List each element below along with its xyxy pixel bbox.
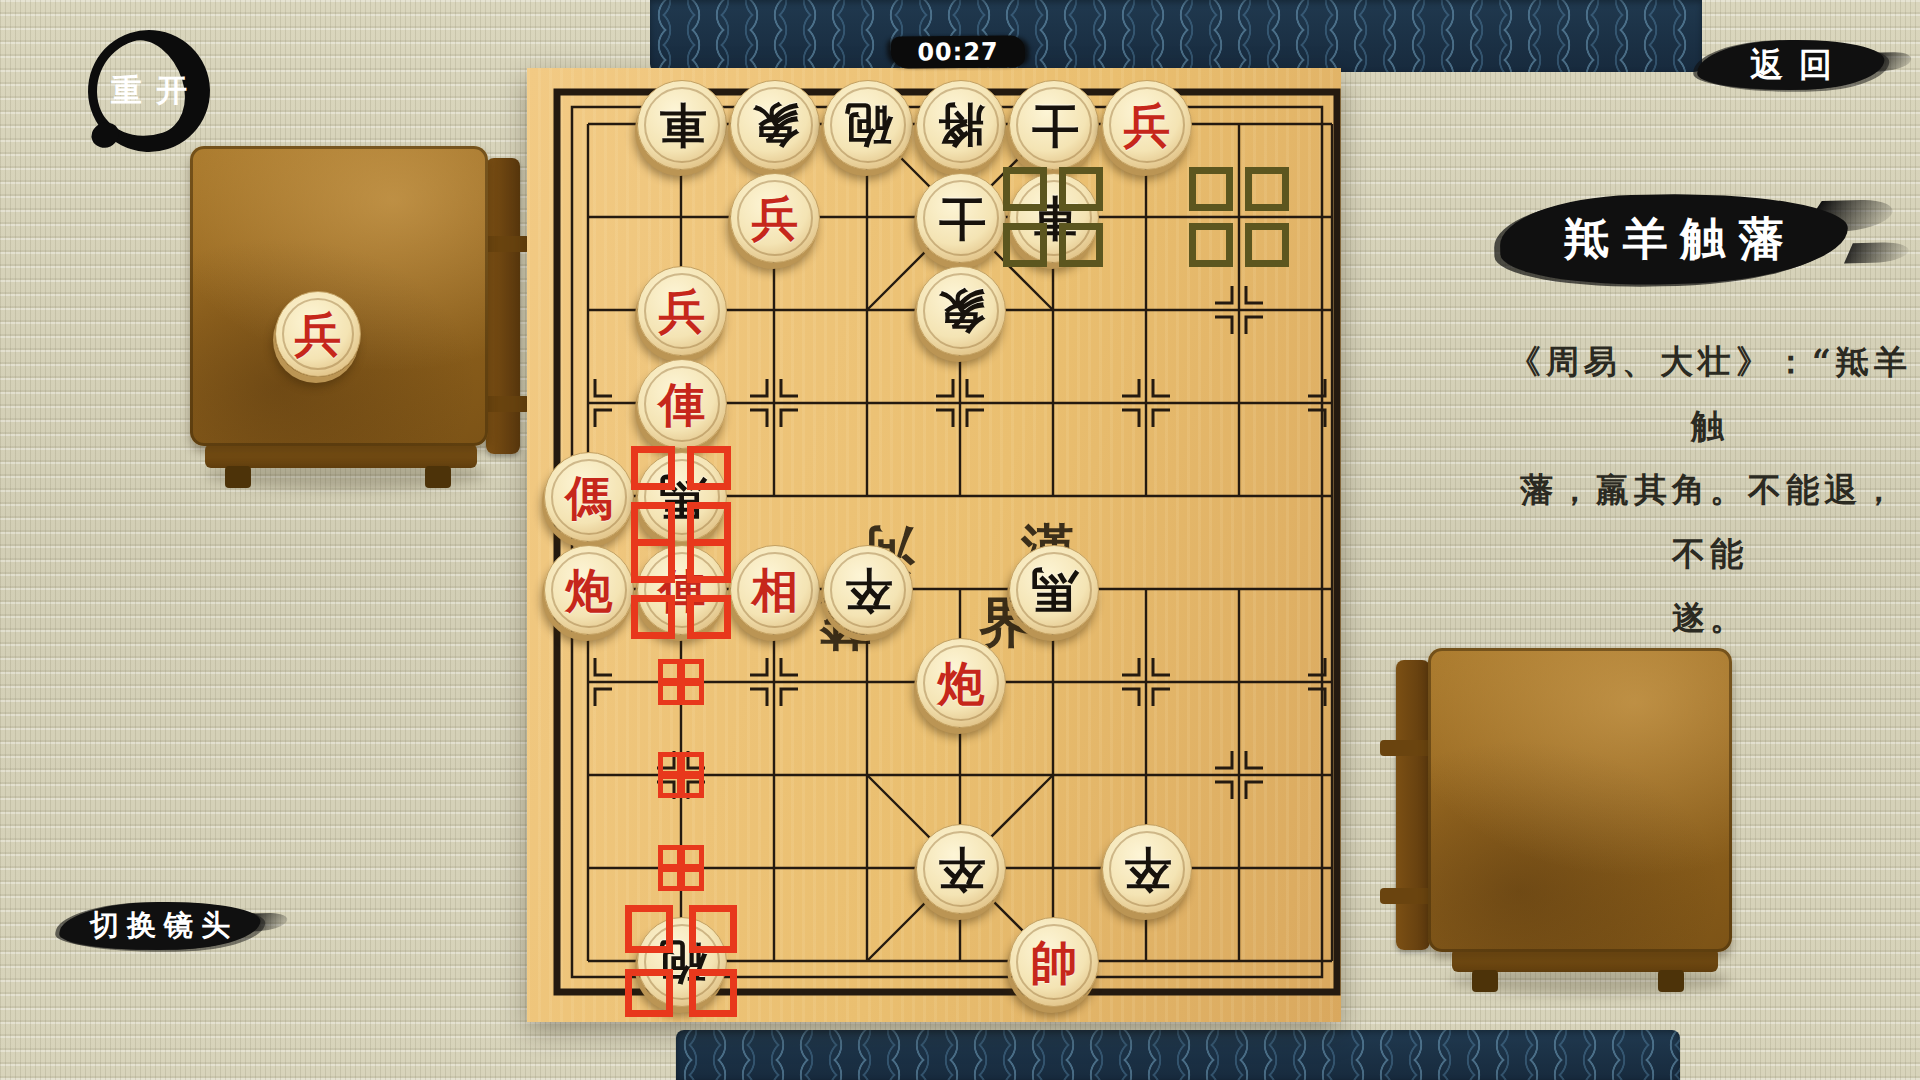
blue-wave-cloth-bottom xyxy=(676,1030,1680,1080)
piece-glyph: 兵 xyxy=(752,195,799,242)
piece-glyph: 砲 xyxy=(659,939,706,986)
piece-black-車-file1-rank0[interactable]: 車 xyxy=(637,80,727,170)
piece-glyph: 炮 xyxy=(938,660,985,707)
piece-glyph: 車 xyxy=(1031,195,1078,242)
piece-glyph: 帥 xyxy=(1031,939,1078,986)
puzzle-title: 羝羊触藩 xyxy=(1552,209,1797,269)
piece-red-炮-file4-rank6[interactable]: 炮 xyxy=(916,638,1006,728)
piece-glyph: 兵 xyxy=(659,288,706,335)
piece-black-將-file4-rank0[interactable]: 將 xyxy=(916,80,1006,170)
piece-black-砲-file1-rank9[interactable]: 砲 xyxy=(637,917,727,1007)
piece-glyph: 俥 xyxy=(659,381,706,428)
piece-black-卒-file3-rank5[interactable]: 卒 xyxy=(823,545,913,635)
piece-glyph: 車 xyxy=(659,102,706,149)
piece-black-象-file4-rank2[interactable]: 象 xyxy=(916,266,1006,356)
captured-red-soldier-piece: 兵 xyxy=(275,291,361,377)
piece-glyph: 馬 xyxy=(1031,567,1078,614)
piece-glyph: 將 xyxy=(938,102,985,149)
piece-red-傌-file0-rank4[interactable]: 傌 xyxy=(544,452,634,542)
right-table-leg xyxy=(1472,970,1498,992)
piece-red-兵-file6-rank0[interactable]: 兵 xyxy=(1102,80,1192,170)
piece-glyph: 俥 xyxy=(659,567,706,614)
quote-line: 藩，羸其角。不能退，不能 xyxy=(1508,458,1912,586)
piece-glyph: 卒 xyxy=(845,567,892,614)
piece-glyph: 士 xyxy=(1031,102,1078,149)
piece-glyph: 相 xyxy=(752,567,799,614)
piece-glyph: 砲 xyxy=(845,102,892,149)
piece-glyph: 兵 xyxy=(1124,102,1171,149)
switch-camera-button[interactable]: 切换镜头 xyxy=(60,902,260,950)
piece-red-兵-file1-rank2[interactable]: 兵 xyxy=(637,266,727,356)
piece-red-帥-file5-rank9[interactable]: 帥 xyxy=(1009,917,1099,1007)
restart-label: 重开 xyxy=(86,28,212,154)
piece-black-馬-file1-rank4[interactable]: 馬 xyxy=(637,452,727,542)
restart-button[interactable]: 重开 xyxy=(86,28,212,154)
back-label: 返回 xyxy=(1734,43,1848,88)
puzzle-title-banner: 羝羊触藩 xyxy=(1500,194,1848,284)
left-table-leg xyxy=(425,466,451,488)
piece-red-炮-file0-rank5[interactable]: 炮 xyxy=(544,545,634,635)
piece-red-俥-file1-rank5[interactable]: 俥 xyxy=(637,545,727,635)
move-timer: 00:27 xyxy=(891,35,1025,68)
piece-glyph: 馬 xyxy=(659,474,706,521)
piece-red-兵-file2-rank1[interactable]: 兵 xyxy=(730,173,820,263)
piece-black-卒-file4-rank8[interactable]: 卒 xyxy=(916,824,1006,914)
right-chair xyxy=(1396,660,1430,950)
right-captured-pieces-table xyxy=(1428,648,1732,952)
back-button[interactable]: 返回 xyxy=(1698,40,1884,90)
piece-black-士-file5-rank0[interactable]: 士 xyxy=(1009,80,1099,170)
piece-red-相-file2-rank5[interactable]: 相 xyxy=(730,545,820,635)
right-table-leg xyxy=(1658,970,1684,992)
left-table-apron xyxy=(205,444,477,468)
quote-line: 遂。 xyxy=(1508,586,1912,650)
piece-glyph: 卒 xyxy=(938,846,985,893)
piece-glyph: 傌 xyxy=(566,474,613,521)
blue-wave-cloth-top xyxy=(650,0,1702,72)
puzzle-quote: 《周易、大壮》：“羝羊触 藩，羸其角。不能退，不能 遂。 xyxy=(1508,330,1912,650)
piece-black-馬-file5-rank5[interactable]: 馬 xyxy=(1009,545,1099,635)
quote-line: 《周易、大壮》：“羝羊触 xyxy=(1508,330,1912,458)
piece-glyph: 象 xyxy=(752,102,799,149)
piece-glyph: 炮 xyxy=(566,567,613,614)
left-table-leg xyxy=(225,466,251,488)
piece-black-象-file2-rank0[interactable]: 象 xyxy=(730,80,820,170)
piece-glyph: 象 xyxy=(938,288,985,335)
piece-black-車-file5-rank1[interactable]: 車 xyxy=(1009,173,1099,263)
piece-glyph: 卒 xyxy=(1124,846,1171,893)
piece-black-卒-file6-rank8[interactable]: 卒 xyxy=(1102,824,1192,914)
captured-piece-glyph: 兵 xyxy=(295,311,342,358)
piece-glyph: 士 xyxy=(938,195,985,242)
piece-black-砲-file3-rank0[interactable]: 砲 xyxy=(823,80,913,170)
piece-black-士-file4-rank1[interactable]: 士 xyxy=(916,173,1006,263)
piece-red-俥-file1-rank3[interactable]: 俥 xyxy=(637,359,727,449)
switch-camera-label: 切换镜头 xyxy=(82,906,238,946)
